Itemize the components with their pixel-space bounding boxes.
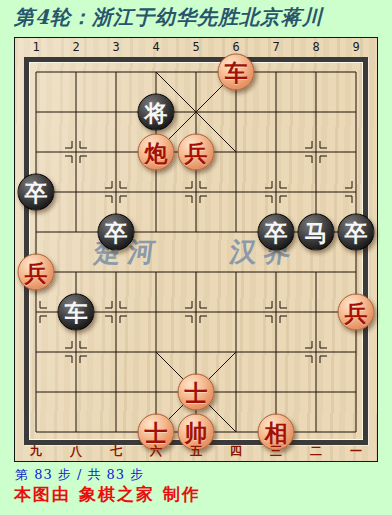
file-label-top: 3 (104, 40, 128, 54)
file-label-top: 9 (344, 40, 368, 54)
piece-black-soldier[interactable]: 卒 (98, 214, 135, 251)
file-label-top: 7 (264, 40, 288, 54)
piece-black-soldier[interactable]: 卒 (338, 214, 375, 251)
file-label-top: 5 (184, 40, 208, 54)
piece-black-horse[interactable]: 马 (298, 214, 335, 251)
file-label-bottom: 五 (184, 444, 208, 458)
file-label-bottom: 六 (144, 444, 168, 458)
piece-black-soldier[interactable]: 卒 (18, 174, 55, 211)
file-label-top: 4 (144, 40, 168, 54)
piece-red-soldier[interactable]: 兵 (178, 134, 215, 171)
xiangqi-board: 123456789 楚河 汉界 车将炮兵卒卒卒马卒兵车兵士士帅相 九八七六五四三… (14, 37, 378, 462)
piece-black-chariot[interactable]: 车 (58, 294, 95, 331)
file-label-bottom: 八 (64, 444, 88, 458)
file-label-bottom: 二 (304, 444, 328, 458)
piece-red-chariot[interactable]: 车 (218, 54, 255, 91)
file-label-top: 8 (304, 40, 328, 54)
piece-black-soldier[interactable]: 卒 (258, 214, 295, 251)
move-counter: 第 83 步 / 共 83 步 (15, 466, 144, 484)
file-label-top: 6 (224, 40, 248, 54)
piece-red-soldier[interactable]: 兵 (18, 254, 55, 291)
file-label-top: 2 (64, 40, 88, 54)
file-label-bottom: 三 (264, 444, 288, 458)
credit-line: 本图由 象棋之家 制作 (14, 483, 201, 506)
file-label-bottom: 七 (104, 444, 128, 458)
page-title: 第4轮：浙江于幼华先胜北京蒋川 (14, 4, 386, 31)
piece-red-soldier[interactable]: 兵 (338, 294, 375, 331)
file-label-bottom: 四 (224, 444, 248, 458)
file-label-bottom: 九 (24, 444, 48, 458)
file-label-top: 1 (24, 40, 48, 54)
piece-red-cannon[interactable]: 炮 (138, 134, 175, 171)
piece-red-advisor[interactable]: 士 (178, 374, 215, 411)
file-label-bottom: 一 (344, 444, 368, 458)
piece-black-general[interactable]: 将 (138, 94, 175, 131)
